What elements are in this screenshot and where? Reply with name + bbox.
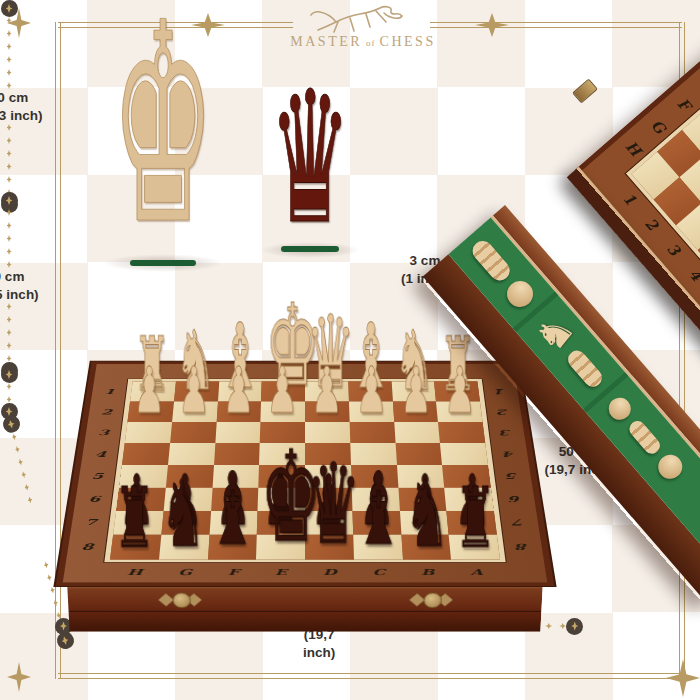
coord-label: 2 xyxy=(641,215,661,235)
brass-clasp-right xyxy=(409,592,453,608)
board-square-c3 xyxy=(349,422,395,443)
coord-label: 1 xyxy=(619,189,639,209)
brass-clasp-left xyxy=(158,592,202,608)
board-playing-area: ♜♞♝♚♛♝♞♜♟♟♟♟♟♟♟♟♟♟♟♟♟♟♟♟♜♞♝♚♛♝♞♜ xyxy=(104,379,505,562)
board-square-b3 xyxy=(394,422,440,443)
coord-label: 3 xyxy=(500,428,512,437)
coord-label: 3 xyxy=(663,240,683,260)
board-frame: ♜♞♝♚♛♝♞♜♟♟♟♟♟♟♟♟♟♟♟♟♟♟♟♟♜♞♝♚♛♝♞♜ 1234567… xyxy=(56,362,555,586)
stored-piece xyxy=(626,418,663,457)
board-square-a3 xyxy=(438,422,485,443)
coord-label: 4 xyxy=(685,265,700,285)
stored-piece xyxy=(564,347,605,391)
coord-label: E xyxy=(275,567,287,577)
coord-label: H xyxy=(622,137,645,160)
coord-label: 4 xyxy=(94,450,106,459)
stored-piece xyxy=(469,237,514,285)
board-square-a8: ♜ xyxy=(449,535,500,560)
coord-label: A xyxy=(470,567,484,577)
board-square-h3 xyxy=(125,422,172,443)
stored-piece xyxy=(502,276,539,313)
board-grid: ♜♞♝♚♛♝♞♜♟♟♟♟♟♟♟♟♟♟♟♟♟♟♟♟♜♞♝♚♛♝♞♜ xyxy=(110,381,500,559)
coord-label: G xyxy=(647,116,669,137)
coord-label: 3 xyxy=(98,428,110,437)
coord-label: 2 xyxy=(497,408,509,417)
coord-label: D xyxy=(323,567,337,577)
fold-seam xyxy=(69,610,542,611)
black-piece-r: ♜ xyxy=(430,476,521,559)
coord-label: G xyxy=(178,567,193,577)
coord-label: F xyxy=(227,567,239,577)
stored-piece xyxy=(653,450,687,484)
chess-board: ♜♞♝♚♛♝♞♜♟♟♟♟♟♟♟♟♟♟♟♟♟♟♟♟♜♞♝♚♛♝♞♜ 1234567… xyxy=(56,362,555,586)
board-front-edge xyxy=(67,582,543,631)
coord-label: 4 xyxy=(503,450,515,459)
board-square-a2: ♟ xyxy=(436,401,482,422)
product-image: { "brand": {"name_primary": "MASTER", "n… xyxy=(0,0,700,700)
board-square-g3 xyxy=(170,422,216,443)
stored-piece xyxy=(604,393,635,424)
white-piece-p: ♟ xyxy=(419,358,502,422)
coord-label: B xyxy=(420,567,434,577)
file-labels-bottom: HGFEDCBA xyxy=(108,563,502,582)
coord-label: 1 xyxy=(495,388,507,396)
coord-label: H xyxy=(127,567,143,577)
coord-label: C xyxy=(372,567,385,577)
coord-label: F xyxy=(673,95,694,115)
